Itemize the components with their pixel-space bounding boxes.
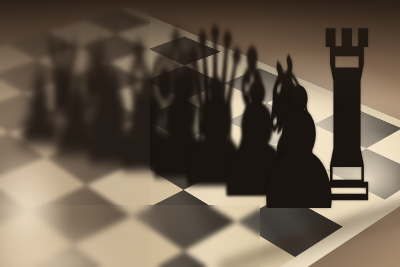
wall-vignette <box>0 0 400 267</box>
chess-photo-scene: ♜♞♝♚♛♝♞♜♟♟♟♟♟♟♟♟ <box>0 0 400 267</box>
